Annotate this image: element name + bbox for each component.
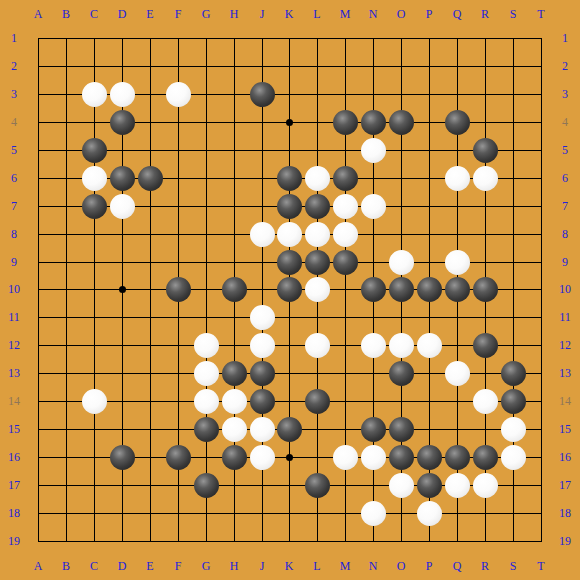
coord-label-right-13: 13 [551, 366, 579, 380]
white-stone-N5[interactable] [361, 138, 386, 163]
black-stone-L17[interactable] [305, 473, 330, 498]
grid-line-horizontal [38, 150, 542, 151]
white-stone-O12[interactable] [389, 333, 414, 358]
black-stone-F10[interactable] [166, 277, 191, 302]
black-stone-K9[interactable] [277, 250, 302, 275]
black-stone-Q10[interactable] [445, 277, 470, 302]
coord-label-bottom-L: L [303, 559, 331, 573]
star-point [286, 119, 293, 126]
black-stone-Q4[interactable] [445, 110, 470, 135]
grid-line-horizontal [38, 345, 542, 346]
white-stone-H14[interactable] [222, 389, 247, 414]
black-stone-L14[interactable] [305, 389, 330, 414]
coord-label-left-4: 4 [0, 115, 28, 129]
coord-label-left-19: 19 [0, 534, 28, 548]
grid-line-vertical [38, 38, 39, 542]
black-stone-O13[interactable] [389, 361, 414, 386]
coord-label-bottom-G: G [192, 559, 220, 573]
star-point [119, 286, 126, 293]
coord-label-left-8: 8 [0, 227, 28, 241]
coord-label-left-10: 10 [0, 282, 28, 296]
white-stone-F3[interactable] [166, 82, 191, 107]
white-stone-N12[interactable] [361, 333, 386, 358]
black-stone-O16[interactable] [389, 445, 414, 470]
coord-label-left-6: 6 [0, 171, 28, 185]
white-stone-C14[interactable] [82, 389, 107, 414]
black-stone-K6[interactable] [277, 166, 302, 191]
coord-label-top-Q: Q [443, 7, 471, 21]
white-stone-G14[interactable] [194, 389, 219, 414]
coord-label-right-2: 2 [551, 59, 579, 73]
coord-label-top-C: C [80, 7, 108, 21]
black-stone-O4[interactable] [389, 110, 414, 135]
coord-label-right-10: 10 [551, 282, 579, 296]
white-stone-O17[interactable] [389, 473, 414, 498]
black-stone-H10[interactable] [222, 277, 247, 302]
coord-label-top-R: R [471, 7, 499, 21]
coord-label-bottom-N: N [359, 559, 387, 573]
black-stone-L7[interactable] [305, 194, 330, 219]
white-stone-M8[interactable] [333, 222, 358, 247]
white-stone-L6[interactable] [305, 166, 330, 191]
go-board[interactable]: AABBCCDDEEFFGGHHJJKKLLMMNNOOPPQQRRSSTT11… [0, 0, 580, 580]
white-stone-Q9[interactable] [445, 250, 470, 275]
coord-label-bottom-A: A [24, 559, 52, 573]
white-stone-L8[interactable] [305, 222, 330, 247]
white-stone-L12[interactable] [305, 333, 330, 358]
black-stone-D4[interactable] [110, 110, 135, 135]
coord-label-right-18: 18 [551, 506, 579, 520]
coord-label-bottom-P: P [415, 559, 443, 573]
coord-label-top-T: T [527, 7, 555, 21]
white-stone-S15[interactable] [501, 417, 526, 442]
grid-line-horizontal [38, 513, 542, 514]
coord-label-bottom-C: C [80, 559, 108, 573]
black-stone-P17[interactable] [417, 473, 442, 498]
black-stone-R10[interactable] [473, 277, 498, 302]
coord-label-bottom-Q: Q [443, 559, 471, 573]
coord-label-top-P: P [415, 7, 443, 21]
coord-label-right-5: 5 [551, 143, 579, 157]
black-stone-P16[interactable] [417, 445, 442, 470]
coord-label-top-F: F [164, 7, 192, 21]
coord-label-top-O: O [387, 7, 415, 21]
black-stone-K7[interactable] [277, 194, 302, 219]
coord-label-left-14: 14 [0, 394, 28, 408]
coord-label-left-11: 11 [0, 310, 28, 324]
coord-label-left-17: 17 [0, 478, 28, 492]
coord-label-right-14: 14 [551, 394, 579, 408]
coord-label-bottom-E: E [136, 559, 164, 573]
black-stone-G15[interactable] [194, 417, 219, 442]
black-stone-C7[interactable] [82, 194, 107, 219]
coord-label-left-7: 7 [0, 199, 28, 213]
black-stone-H13[interactable] [222, 361, 247, 386]
coord-label-right-7: 7 [551, 199, 579, 213]
black-stone-N4[interactable] [361, 110, 386, 135]
grid-line-vertical [206, 38, 207, 542]
coord-label-right-4: 4 [551, 115, 579, 129]
coord-label-right-16: 16 [551, 450, 579, 464]
black-stone-K10[interactable] [277, 277, 302, 302]
white-stone-J11[interactable] [250, 305, 275, 330]
coord-label-top-B: B [52, 7, 80, 21]
coord-label-bottom-O: O [387, 559, 415, 573]
coord-label-bottom-M: M [331, 559, 359, 573]
black-stone-H16[interactable] [222, 445, 247, 470]
white-stone-Q6[interactable] [445, 166, 470, 191]
black-stone-Q16[interactable] [445, 445, 470, 470]
black-stone-M4[interactable] [333, 110, 358, 135]
coord-label-right-11: 11 [551, 310, 579, 324]
coord-label-right-15: 15 [551, 422, 579, 436]
coord-label-right-12: 12 [551, 338, 579, 352]
coord-label-left-3: 3 [0, 87, 28, 101]
grid-line-horizontal [38, 317, 542, 318]
coord-label-top-S: S [499, 7, 527, 21]
black-stone-O15[interactable] [389, 417, 414, 442]
coord-label-left-16: 16 [0, 450, 28, 464]
star-point [286, 454, 293, 461]
white-stone-L10[interactable] [305, 277, 330, 302]
white-stone-Q17[interactable] [445, 473, 470, 498]
coord-label-right-6: 6 [551, 171, 579, 185]
coord-label-left-5: 5 [0, 143, 28, 157]
coord-label-right-3: 3 [551, 87, 579, 101]
white-stone-M16[interactable] [333, 445, 358, 470]
white-stone-M7[interactable] [333, 194, 358, 219]
black-stone-P10[interactable] [417, 277, 442, 302]
coord-label-right-17: 17 [551, 478, 579, 492]
grid-line-horizontal [38, 38, 542, 39]
black-stone-C5[interactable] [82, 138, 107, 163]
black-stone-J3[interactable] [250, 82, 275, 107]
black-stone-J14[interactable] [250, 389, 275, 414]
white-stone-S16[interactable] [501, 445, 526, 470]
coord-label-right-1: 1 [551, 31, 579, 45]
white-stone-Q13[interactable] [445, 361, 470, 386]
black-stone-F16[interactable] [166, 445, 191, 470]
white-stone-P12[interactable] [417, 333, 442, 358]
coord-label-top-D: D [108, 7, 136, 21]
black-stone-S14[interactable] [501, 389, 526, 414]
coord-label-top-N: N [359, 7, 387, 21]
coord-label-top-K: K [275, 7, 303, 21]
white-stone-H15[interactable] [222, 417, 247, 442]
white-stone-J8[interactable] [250, 222, 275, 247]
white-stone-J15[interactable] [250, 417, 275, 442]
coord-label-left-2: 2 [0, 59, 28, 73]
black-stone-J13[interactable] [250, 361, 275, 386]
black-stone-D6[interactable] [110, 166, 135, 191]
black-stone-E6[interactable] [138, 166, 163, 191]
black-stone-K15[interactable] [277, 417, 302, 442]
black-stone-M9[interactable] [333, 250, 358, 275]
white-stone-D7[interactable] [110, 194, 135, 219]
grid-line-horizontal [38, 66, 542, 67]
coord-label-left-18: 18 [0, 506, 28, 520]
grid-line-vertical [541, 38, 542, 542]
coord-label-left-13: 13 [0, 366, 28, 380]
black-stone-N10[interactable] [361, 277, 386, 302]
coord-label-right-19: 19 [551, 534, 579, 548]
coord-label-left-9: 9 [0, 255, 28, 269]
white-stone-N16[interactable] [361, 445, 386, 470]
black-stone-O10[interactable] [389, 277, 414, 302]
white-stone-O9[interactable] [389, 250, 414, 275]
black-stone-G17[interactable] [194, 473, 219, 498]
coord-label-right-9: 9 [551, 255, 579, 269]
white-stone-P18[interactable] [417, 501, 442, 526]
coord-label-bottom-H: H [220, 559, 248, 573]
coord-label-top-G: G [192, 7, 220, 21]
white-stone-K8[interactable] [277, 222, 302, 247]
coord-label-right-8: 8 [551, 227, 579, 241]
white-stone-G12[interactable] [194, 333, 219, 358]
grid-line-vertical [94, 38, 95, 542]
coord-label-bottom-R: R [471, 559, 499, 573]
grid-line-horizontal [38, 401, 542, 402]
black-stone-R5[interactable] [473, 138, 498, 163]
coord-label-bottom-F: F [164, 559, 192, 573]
white-stone-N18[interactable] [361, 501, 386, 526]
black-stone-R12[interactable] [473, 333, 498, 358]
coord-label-left-12: 12 [0, 338, 28, 352]
coord-label-top-H: H [220, 7, 248, 21]
white-stone-G13[interactable] [194, 361, 219, 386]
white-stone-R17[interactable] [473, 473, 498, 498]
black-stone-M6[interactable] [333, 166, 358, 191]
coord-label-top-E: E [136, 7, 164, 21]
black-stone-D16[interactable] [110, 445, 135, 470]
black-stone-N15[interactable] [361, 417, 386, 442]
coord-label-top-J: J [248, 7, 276, 21]
grid-line-horizontal [38, 541, 542, 542]
coord-label-top-L: L [303, 7, 331, 21]
grid-line-vertical [66, 38, 67, 542]
grid-line-vertical [150, 38, 151, 542]
coord-label-bottom-J: J [248, 559, 276, 573]
coord-label-bottom-K: K [275, 559, 303, 573]
black-stone-R16[interactable] [473, 445, 498, 470]
coord-label-bottom-S: S [499, 559, 527, 573]
coord-label-top-M: M [331, 7, 359, 21]
white-stone-N7[interactable] [361, 194, 386, 219]
coord-label-bottom-B: B [52, 559, 80, 573]
coord-label-bottom-D: D [108, 559, 136, 573]
white-stone-R14[interactable] [473, 389, 498, 414]
white-stone-D3[interactable] [110, 82, 135, 107]
white-stone-R6[interactable] [473, 166, 498, 191]
black-stone-S13[interactable] [501, 361, 526, 386]
coord-label-left-1: 1 [0, 31, 28, 45]
white-stone-C6[interactable] [82, 166, 107, 191]
white-stone-J16[interactable] [250, 445, 275, 470]
coord-label-bottom-T: T [527, 559, 555, 573]
coord-label-left-15: 15 [0, 422, 28, 436]
coord-label-top-A: A [24, 7, 52, 21]
white-stone-J12[interactable] [250, 333, 275, 358]
black-stone-L9[interactable] [305, 250, 330, 275]
white-stone-C3[interactable] [82, 82, 107, 107]
